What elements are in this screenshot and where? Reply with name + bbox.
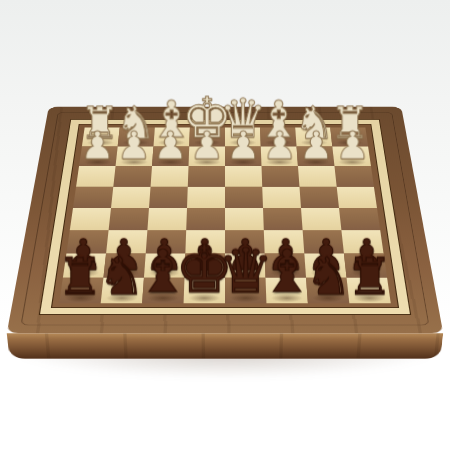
chessboard-scene: ♜♞♝♚♛♝♞♜♟♟♟♟♟♟♟♟♟♟♟♟♟♟♟♟♜♞♝♚♛♝♞♜ (0, 0, 450, 450)
square-g2[interactable]: ♟ (116, 146, 154, 166)
piece-white-pawn[interactable]: ♟ (80, 127, 114, 165)
piece-white-pawn[interactable]: ♟ (153, 127, 187, 165)
square-f4[interactable] (149, 187, 188, 208)
piece-black-rook[interactable]: ♜ (57, 251, 103, 302)
square-c5[interactable] (263, 208, 303, 230)
square-c3[interactable] (261, 166, 299, 187)
board-inlay-border: ♜♞♝♚♛♝♞♜♟♟♟♟♟♟♟♟♟♟♟♟♟♟♟♟♜♞♝♚♛♝♞♜ (39, 119, 411, 315)
piece-white-pawn[interactable]: ♟ (335, 127, 369, 165)
square-h4[interactable] (73, 187, 113, 208)
square-d4[interactable] (225, 187, 263, 208)
square-b3[interactable] (298, 166, 337, 187)
board-front-edge (7, 333, 443, 359)
square-b2[interactable]: ♟ (297, 146, 335, 166)
square-c8[interactable]: ♝ (266, 278, 308, 303)
square-a8[interactable]: ♜ (347, 278, 391, 303)
square-h2[interactable]: ♟ (79, 146, 118, 166)
square-d5[interactable] (225, 208, 264, 230)
square-b4[interactable] (299, 187, 339, 208)
square-e4[interactable] (187, 187, 225, 208)
square-b5[interactable] (301, 208, 341, 230)
square-a2[interactable]: ♟ (332, 146, 371, 166)
piece-white-pawn[interactable]: ♟ (190, 127, 224, 165)
board-grid: ♜♞♝♚♛♝♞♜♟♟♟♟♟♟♟♟♟♟♟♟♟♟♟♟♜♞♝♚♛♝♞♜ (59, 127, 391, 303)
chessboard: ♜♞♝♚♛♝♞♜♟♟♟♟♟♟♟♟♟♟♟♟♟♟♟♟♜♞♝♚♛♝♞♜ (7, 107, 443, 333)
square-c2[interactable]: ♟ (261, 146, 298, 166)
square-g3[interactable] (113, 166, 152, 187)
square-f2[interactable]: ♟ (152, 146, 189, 166)
square-h3[interactable] (76, 166, 115, 187)
piece-white-pawn[interactable]: ♟ (299, 127, 333, 165)
square-a5[interactable] (339, 208, 380, 230)
square-e5[interactable] (186, 208, 225, 230)
piece-white-pawn[interactable]: ♟ (117, 127, 151, 165)
square-b8[interactable]: ♞ (306, 278, 349, 303)
square-h8[interactable]: ♜ (59, 278, 103, 303)
square-d2[interactable]: ♟ (225, 146, 261, 166)
square-e2[interactable]: ♟ (189, 146, 225, 166)
board-inner-margin: ♜♞♝♚♛♝♞♜♟♟♟♟♟♟♟♟♟♟♟♟♟♟♟♟♜♞♝♚♛♝♞♜ (51, 124, 399, 308)
square-f3[interactable] (151, 166, 189, 187)
square-a4[interactable] (337, 187, 377, 208)
square-d3[interactable] (225, 166, 262, 187)
square-e3[interactable] (188, 166, 225, 187)
square-h5[interactable] (70, 208, 111, 230)
piece-black-knight[interactable]: ♞ (305, 250, 352, 302)
square-g4[interactable] (111, 187, 151, 208)
square-c4[interactable] (262, 187, 301, 208)
piece-white-pawn[interactable]: ♟ (262, 127, 296, 165)
square-g5[interactable] (109, 208, 149, 230)
product-photo-background: ♜♞♝♚♛♝♞♜♟♟♟♟♟♟♟♟♟♟♟♟♟♟♟♟♜♞♝♚♛♝♞♜ (0, 0, 450, 450)
piece-black-rook[interactable]: ♜ (347, 251, 393, 302)
piece-white-pawn[interactable]: ♟ (226, 127, 260, 165)
square-a3[interactable] (334, 166, 373, 187)
square-f5[interactable] (147, 208, 187, 230)
